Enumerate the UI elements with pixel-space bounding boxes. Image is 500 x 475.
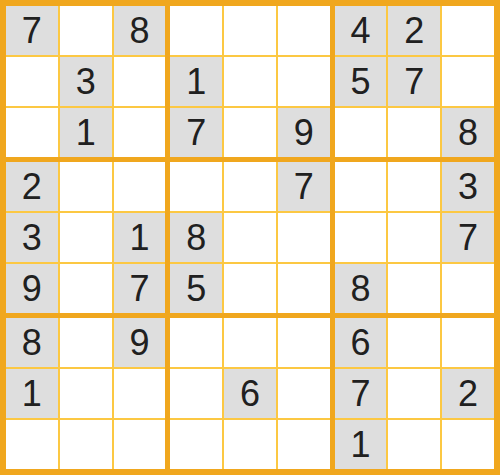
- cell-r3c3[interactable]: [114, 108, 166, 157]
- cell-r7c8[interactable]: [388, 318, 440, 367]
- cell-r2c8: 7: [388, 57, 440, 106]
- cell-r9c9[interactable]: [442, 420, 494, 469]
- cell-r5c9: 7: [442, 213, 494, 262]
- cell-r2c5[interactable]: [224, 57, 276, 106]
- cell-r2c2: 3: [60, 57, 112, 106]
- cell-r6c9[interactable]: [442, 264, 494, 313]
- cell-r4c1: 2: [6, 162, 58, 211]
- cell-r1c6[interactable]: [278, 6, 330, 55]
- cell-r4c2[interactable]: [60, 162, 112, 211]
- cell-r2c7: 5: [335, 57, 387, 106]
- cell-r2c4: 1: [170, 57, 222, 106]
- cell-r8c4[interactable]: [170, 369, 222, 418]
- cell-r6c8[interactable]: [388, 264, 440, 313]
- cell-r3c4: 7: [170, 108, 222, 157]
- cell-r1c8: 2: [388, 6, 440, 55]
- cell-r1c1: 7: [6, 6, 58, 55]
- cell-r9c1[interactable]: [6, 420, 58, 469]
- sudoku-board: 7842315717982733187975889616721: [0, 0, 500, 475]
- cell-r8c8[interactable]: [388, 369, 440, 418]
- cell-r5c8[interactable]: [388, 213, 440, 262]
- cell-r9c7: 1: [335, 420, 387, 469]
- cell-r4c7[interactable]: [335, 162, 387, 211]
- cell-r4c5[interactable]: [224, 162, 276, 211]
- cell-r1c9[interactable]: [442, 6, 494, 55]
- cell-r7c1: 8: [6, 318, 58, 367]
- cell-r8c1: 1: [6, 369, 58, 418]
- cell-r5c1: 3: [6, 213, 58, 262]
- cell-r2c1[interactable]: [6, 57, 58, 106]
- cell-r5c5[interactable]: [224, 213, 276, 262]
- cell-r7c3: 9: [114, 318, 166, 367]
- cell-r6c5[interactable]: [224, 264, 276, 313]
- cell-r7c2[interactable]: [60, 318, 112, 367]
- cell-r2c6[interactable]: [278, 57, 330, 106]
- cell-r6c3: 7: [114, 264, 166, 313]
- cell-r9c2[interactable]: [60, 420, 112, 469]
- cell-r5c6[interactable]: [278, 213, 330, 262]
- cell-r6c1: 9: [6, 264, 58, 313]
- cell-r7c7: 6: [335, 318, 387, 367]
- cell-r5c3: 1: [114, 213, 166, 262]
- cell-r4c3[interactable]: [114, 162, 166, 211]
- cell-r8c3[interactable]: [114, 369, 166, 418]
- cell-r4c8[interactable]: [388, 162, 440, 211]
- cell-r2c9[interactable]: [442, 57, 494, 106]
- cell-r4c4[interactable]: [170, 162, 222, 211]
- cell-r3c8[interactable]: [388, 108, 440, 157]
- cell-r7c4[interactable]: [170, 318, 222, 367]
- cell-r2c3[interactable]: [114, 57, 166, 106]
- cell-r5c4: 8: [170, 213, 222, 262]
- cell-r9c6[interactable]: [278, 420, 330, 469]
- cell-r6c2[interactable]: [60, 264, 112, 313]
- cell-r9c8[interactable]: [388, 420, 440, 469]
- cell-r4c6: 7: [278, 162, 330, 211]
- cell-r7c5[interactable]: [224, 318, 276, 367]
- cell-r8c9: 2: [442, 369, 494, 418]
- cell-r3c2: 1: [60, 108, 112, 157]
- cell-r8c5: 6: [224, 369, 276, 418]
- cell-r5c2[interactable]: [60, 213, 112, 262]
- cell-r3c7[interactable]: [335, 108, 387, 157]
- cell-r4c9: 3: [442, 162, 494, 211]
- cell-r9c5[interactable]: [224, 420, 276, 469]
- cell-r1c2[interactable]: [60, 6, 112, 55]
- cell-r3c1[interactable]: [6, 108, 58, 157]
- cell-r9c3[interactable]: [114, 420, 166, 469]
- cell-r6c7: 8: [335, 264, 387, 313]
- cell-r1c7: 4: [335, 6, 387, 55]
- cell-r1c3: 8: [114, 6, 166, 55]
- cell-r1c4[interactable]: [170, 6, 222, 55]
- cell-r6c6[interactable]: [278, 264, 330, 313]
- cell-r7c6[interactable]: [278, 318, 330, 367]
- cell-r9c4[interactable]: [170, 420, 222, 469]
- cell-r3c5[interactable]: [224, 108, 276, 157]
- cell-r5c7[interactable]: [335, 213, 387, 262]
- cell-r8c2[interactable]: [60, 369, 112, 418]
- cell-r8c6[interactable]: [278, 369, 330, 418]
- cell-r7c9[interactable]: [442, 318, 494, 367]
- cell-r3c9: 8: [442, 108, 494, 157]
- cell-r3c6: 9: [278, 108, 330, 157]
- cell-r1c5[interactable]: [224, 6, 276, 55]
- cell-r8c7: 7: [335, 369, 387, 418]
- cell-r6c4: 5: [170, 264, 222, 313]
